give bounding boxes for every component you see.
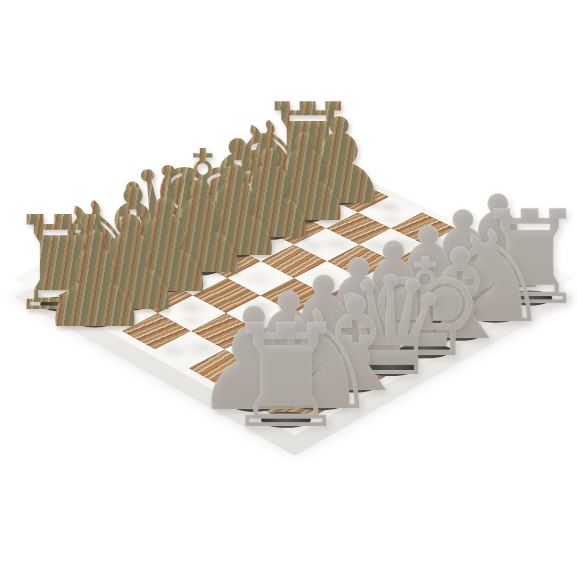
chess-set-photo: ♜♞♝♛♚♝♞♜♟♟♟♟♟♟♟♟♟♟♟♟♟♟♟♟♜♞♝♛♚♝♞♜ <box>0 0 577 572</box>
board-surface <box>13 145 575 435</box>
board-grid <box>27 152 561 428</box>
chess-board <box>14 163 574 455</box>
